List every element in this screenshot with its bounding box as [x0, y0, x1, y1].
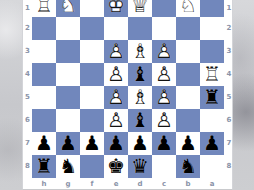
square-g4[interactable]: [56, 63, 80, 86]
square-c7[interactable]: ♟: [152, 132, 176, 155]
square-b1[interactable]: ♞♘: [176, 0, 200, 17]
file-label-h: h: [32, 178, 56, 190]
square-c2[interactable]: [152, 17, 176, 40]
background: 12345678 ♜♖♞♘♚♔♛♕♞♘♟♙♝♗♟♙♟♙♝♟♙♜♖♟♙♝♗♟♙♜♟…: [0, 0, 254, 190]
piece-black-rook: ♜: [200, 86, 224, 109]
square-e3[interactable]: ♟♙: [104, 40, 128, 63]
rank-label-5: 5: [23, 94, 32, 101]
square-h3[interactable]: [32, 40, 56, 63]
file-label-c: c: [152, 178, 176, 190]
rank-label-3: 3: [224, 48, 234, 55]
square-d1[interactable]: ♛♕: [128, 0, 152, 17]
rank-label-2: 2: [224, 25, 234, 32]
square-f5[interactable]: [80, 86, 104, 109]
piece-white-knight: ♞♘: [176, 0, 200, 17]
piece-white-pawn: ♟♙: [152, 40, 176, 63]
square-e7[interactable]: ♟: [104, 132, 128, 155]
piece-white-rook: ♜♖: [200, 63, 224, 86]
piece-white-pawn: ♟♙: [104, 40, 128, 63]
piece-black-pawn: ♟: [152, 132, 176, 155]
piece-black-bishop: ♝: [128, 63, 152, 86]
rank-label-3: 3: [23, 48, 32, 55]
square-h2[interactable]: [32, 17, 56, 40]
square-g2[interactable]: [56, 17, 80, 40]
rank-labels-right: 12345678: [224, 0, 234, 178]
square-d8[interactable]: ♛: [128, 155, 152, 178]
piece-white-pawn: ♟♙: [152, 86, 176, 109]
square-g3[interactable]: [56, 40, 80, 63]
rank-label-7: 7: [23, 140, 32, 147]
square-b8[interactable]: ♞: [176, 155, 200, 178]
square-f3[interactable]: [80, 40, 104, 63]
file-label-b: b: [176, 178, 200, 190]
square-h7[interactable]: ♟: [32, 132, 56, 155]
piece-black-knight: ♞: [56, 155, 80, 178]
piece-white-king: ♚♔: [104, 0, 128, 17]
rank-label-5: 5: [224, 94, 234, 101]
piece-black-king: ♚: [104, 155, 128, 178]
piece-white-knight: ♞♘: [56, 0, 80, 17]
square-b3[interactable]: [176, 40, 200, 63]
square-f6[interactable]: [80, 109, 104, 132]
file-label-g: g: [56, 178, 80, 190]
rank-label-1: 1: [224, 5, 234, 12]
square-f4[interactable]: [80, 63, 104, 86]
square-f7[interactable]: ♟: [80, 132, 104, 155]
square-d5[interactable]: ♝♗: [128, 86, 152, 109]
square-a1[interactable]: [200, 0, 224, 17]
piece-black-pawn: ♟: [56, 132, 80, 155]
square-f2[interactable]: [80, 17, 104, 40]
square-c5[interactable]: ♟♙: [152, 86, 176, 109]
square-a4[interactable]: ♜♖: [200, 63, 224, 86]
square-e2[interactable]: [104, 17, 128, 40]
square-g1[interactable]: ♞♘: [56, 0, 80, 17]
rank-label-8: 8: [23, 163, 32, 170]
square-a2[interactable]: [200, 17, 224, 40]
piece-black-bishop: ♝: [128, 109, 152, 132]
square-a5[interactable]: ♜: [200, 86, 224, 109]
rank-label-4: 4: [224, 71, 234, 78]
square-b4[interactable]: [176, 63, 200, 86]
rank-labels-left: 12345678: [23, 0, 32, 178]
square-b7[interactable]: ♟: [176, 132, 200, 155]
square-a7[interactable]: ♟: [200, 132, 224, 155]
square-h4[interactable]: [32, 63, 56, 86]
square-a3[interactable]: [200, 40, 224, 63]
piece-white-bishop: ♝♗: [128, 40, 152, 63]
square-e4[interactable]: ♟♙: [104, 63, 128, 86]
square-h1[interactable]: ♜♖: [32, 0, 56, 17]
square-h6[interactable]: [32, 109, 56, 132]
piece-black-pawn: ♟: [200, 132, 224, 155]
piece-white-queen: ♛♕: [128, 0, 152, 17]
rank-label-4: 4: [23, 71, 32, 78]
rank-label-2: 2: [23, 25, 32, 32]
file-label-d: d: [128, 178, 152, 190]
piece-white-bishop: ♝♗: [128, 86, 152, 109]
piece-black-pawn: ♟: [32, 132, 56, 155]
square-d3[interactable]: ♝♗: [128, 40, 152, 63]
square-e8[interactable]: ♚: [104, 155, 128, 178]
square-d7[interactable]: ♟: [128, 132, 152, 155]
square-e1[interactable]: ♚♔: [104, 0, 128, 17]
piece-white-pawn: ♟♙: [104, 63, 128, 86]
rank-label-7: 7: [224, 140, 234, 147]
square-g5[interactable]: [56, 86, 80, 109]
file-label-f: f: [80, 178, 104, 190]
piece-white-pawn: ♟♙: [152, 63, 176, 86]
square-a8[interactable]: [200, 155, 224, 178]
piece-black-knight: ♞: [176, 155, 200, 178]
piece-black-pawn: ♟: [176, 132, 200, 155]
square-h8[interactable]: ♜: [32, 155, 56, 178]
rank-label-6: 6: [224, 117, 234, 124]
square-b6[interactable]: [176, 109, 200, 132]
square-b5[interactable]: [176, 86, 200, 109]
rank-label-8: 8: [224, 163, 234, 170]
file-labels: hgfedcba: [32, 178, 224, 190]
piece-black-pawn: ♟: [80, 132, 104, 155]
piece-white-pawn: ♟♙: [104, 86, 128, 109]
chess-board: ♜♖♞♘♚♔♛♕♞♘♟♙♝♗♟♙♟♙♝♟♙♜♖♟♙♝♗♟♙♜♟♙♝♟♙♟♟♟♟♟…: [32, 0, 224, 178]
rank-label-1: 1: [23, 5, 32, 12]
square-h5[interactable]: [32, 86, 56, 109]
rank-label-6: 6: [23, 117, 32, 124]
square-e6[interactable]: ♟♙: [104, 109, 128, 132]
square-c3[interactable]: ♟♙: [152, 40, 176, 63]
chess-board-card: 12345678 ♜♖♞♘♚♔♛♕♞♘♟♙♝♗♟♙♟♙♝♟♙♜♖♟♙♝♗♟♙♜♟…: [22, 0, 233, 190]
piece-black-pawn: ♟: [128, 132, 152, 155]
square-a6[interactable]: [200, 109, 224, 132]
file-label-a: a: [200, 178, 224, 190]
square-g7[interactable]: ♟: [56, 132, 80, 155]
square-d6[interactable]: ♝: [128, 109, 152, 132]
square-d4[interactable]: ♝: [128, 63, 152, 86]
square-f8[interactable]: [80, 155, 104, 178]
square-b2[interactable]: [176, 17, 200, 40]
square-c4[interactable]: ♟♙: [152, 63, 176, 86]
square-c1[interactable]: [152, 0, 176, 17]
piece-white-pawn: ♟♙: [152, 109, 176, 132]
square-c8[interactable]: [152, 155, 176, 178]
piece-black-pawn: ♟: [104, 132, 128, 155]
square-d2[interactable]: [128, 17, 152, 40]
file-label-e: e: [104, 178, 128, 190]
square-g6[interactable]: [56, 109, 80, 132]
square-e5[interactable]: ♟♙: [104, 86, 128, 109]
piece-black-rook: ♜: [32, 155, 56, 178]
square-f1[interactable]: [80, 0, 104, 17]
square-c6[interactable]: ♟♙: [152, 109, 176, 132]
piece-white-pawn: ♟♙: [104, 109, 128, 132]
piece-black-queen: ♛: [128, 155, 152, 178]
piece-white-rook: ♜♖: [32, 0, 56, 17]
square-g8[interactable]: ♞: [56, 155, 80, 178]
